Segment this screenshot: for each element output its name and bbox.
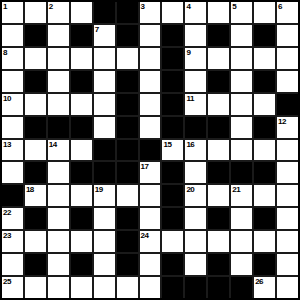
black-cell — [254, 25, 275, 46]
white-cell[interactable] — [277, 71, 298, 92]
black-cell — [162, 94, 183, 115]
black-cell — [117, 208, 138, 229]
black-cell — [254, 117, 275, 138]
black-cell — [254, 162, 275, 183]
white-cell[interactable] — [254, 94, 275, 115]
clue-number: 14 — [49, 140, 57, 149]
white-cell[interactable] — [48, 208, 69, 229]
clue-number: 26 — [255, 277, 263, 286]
white-cell[interactable]: 16 — [185, 140, 206, 161]
clue-number: 24 — [141, 231, 149, 240]
clue-number: 3 — [141, 2, 145, 11]
clue-number: 11 — [186, 94, 193, 103]
black-cell — [231, 277, 252, 298]
white-cell[interactable] — [277, 162, 298, 183]
clue-number: 20 — [186, 185, 194, 194]
white-cell[interactable] — [208, 185, 229, 206]
white-cell[interactable] — [71, 48, 92, 69]
white-cell[interactable]: 2 — [48, 2, 69, 23]
clue-number: 6 — [278, 2, 282, 11]
black-cell — [208, 162, 229, 183]
white-cell[interactable] — [2, 117, 23, 138]
white-cell[interactable] — [208, 48, 229, 69]
black-cell — [117, 25, 138, 46]
black-cell — [162, 71, 183, 92]
white-cell[interactable] — [254, 185, 275, 206]
white-cell[interactable]: 24 — [140, 231, 161, 252]
white-cell[interactable] — [254, 231, 275, 252]
black-cell — [208, 277, 229, 298]
clue-number: 2 — [49, 2, 53, 11]
white-cell[interactable] — [48, 94, 69, 115]
white-cell[interactable] — [71, 185, 92, 206]
white-cell[interactable] — [25, 94, 46, 115]
white-cell[interactable]: 25 — [2, 277, 23, 298]
black-cell — [254, 208, 275, 229]
white-cell[interactable]: 7 — [94, 25, 115, 46]
clue-number: 9 — [186, 48, 190, 57]
white-cell[interactable] — [231, 25, 252, 46]
black-cell — [94, 162, 115, 183]
black-cell — [117, 162, 138, 183]
white-cell[interactable]: 15 — [162, 140, 183, 161]
white-cell[interactable] — [25, 48, 46, 69]
white-cell[interactable] — [94, 277, 115, 298]
black-cell — [185, 117, 206, 138]
white-cell[interactable] — [208, 231, 229, 252]
white-cell[interactable] — [140, 185, 161, 206]
white-cell[interactable] — [185, 71, 206, 92]
white-cell[interactable] — [48, 71, 69, 92]
black-cell — [208, 208, 229, 229]
black-cell — [162, 48, 183, 69]
black-cell — [185, 277, 206, 298]
black-cell — [162, 277, 183, 298]
white-cell[interactable] — [231, 117, 252, 138]
black-cell — [117, 94, 138, 115]
black-cell — [117, 140, 138, 161]
white-cell[interactable]: 10 — [2, 94, 23, 115]
white-cell[interactable] — [2, 254, 23, 275]
black-cell — [231, 162, 252, 183]
white-cell[interactable] — [277, 231, 298, 252]
black-cell — [25, 117, 46, 138]
black-cell — [25, 25, 46, 46]
white-cell[interactable] — [140, 277, 161, 298]
white-cell[interactable] — [208, 140, 229, 161]
white-cell[interactable] — [231, 208, 252, 229]
white-cell[interactable]: 5 — [231, 2, 252, 23]
black-cell — [25, 254, 46, 275]
clue-number: 10 — [3, 94, 11, 103]
clue-number: 13 — [3, 140, 11, 149]
white-cell[interactable] — [208, 2, 229, 23]
white-cell[interactable] — [94, 94, 115, 115]
black-cell — [254, 254, 275, 275]
white-cell[interactable] — [254, 140, 275, 161]
white-cell[interactable] — [25, 140, 46, 161]
black-cell — [208, 254, 229, 275]
clue-number: 15 — [163, 140, 171, 149]
white-cell[interactable] — [231, 94, 252, 115]
white-cell[interactable] — [140, 71, 161, 92]
clue-number: 7 — [95, 25, 99, 34]
white-cell[interactable] — [94, 254, 115, 275]
white-cell[interactable] — [117, 277, 138, 298]
black-cell — [2, 185, 23, 206]
white-cell[interactable] — [48, 25, 69, 46]
white-cell[interactable] — [231, 254, 252, 275]
white-cell[interactable] — [277, 140, 298, 161]
white-cell[interactable]: 1 — [2, 2, 23, 23]
black-cell — [71, 71, 92, 92]
white-cell[interactable]: 3 — [140, 2, 161, 23]
clue-number: 16 — [186, 140, 194, 149]
white-cell[interactable] — [48, 277, 69, 298]
clue-number: 19 — [95, 185, 103, 194]
clue-number: 17 — [141, 162, 149, 171]
white-cell[interactable]: 26 — [254, 277, 275, 298]
white-cell[interactable]: 20 — [185, 185, 206, 206]
white-cell[interactable] — [48, 162, 69, 183]
white-cell[interactable] — [208, 94, 229, 115]
black-cell — [71, 25, 92, 46]
black-cell — [48, 117, 69, 138]
black-cell — [71, 162, 92, 183]
black-cell — [162, 162, 183, 183]
white-cell[interactable] — [2, 162, 23, 183]
black-cell — [117, 2, 138, 23]
clue-number: 8 — [3, 48, 7, 57]
white-cell[interactable]: 23 — [2, 231, 23, 252]
black-cell — [277, 94, 298, 115]
white-cell[interactable] — [277, 208, 298, 229]
white-cell[interactable] — [94, 48, 115, 69]
clue-number: 22 — [3, 208, 11, 217]
white-cell[interactable] — [25, 231, 46, 252]
clue-number: 5 — [232, 2, 236, 11]
crossword-grid: 1234567891011121314151617181920212223242… — [0, 0, 300, 300]
white-cell[interactable] — [277, 25, 298, 46]
white-cell[interactable]: 4 — [185, 2, 206, 23]
black-cell — [162, 25, 183, 46]
black-cell — [25, 162, 46, 183]
black-cell — [94, 140, 115, 161]
white-cell[interactable] — [185, 231, 206, 252]
white-cell[interactable] — [48, 185, 69, 206]
black-cell — [162, 208, 183, 229]
black-cell — [208, 117, 229, 138]
black-cell — [71, 208, 92, 229]
white-cell[interactable] — [71, 2, 92, 23]
white-cell[interactable] — [140, 25, 161, 46]
white-cell[interactable]: 11 — [185, 94, 206, 115]
black-cell — [208, 71, 229, 92]
white-cell[interactable] — [140, 208, 161, 229]
white-cell[interactable] — [254, 2, 275, 23]
white-cell[interactable] — [48, 231, 69, 252]
white-cell[interactable]: 6 — [277, 2, 298, 23]
white-cell[interactable] — [254, 48, 275, 69]
white-cell[interactable]: 9 — [185, 48, 206, 69]
white-cell[interactable] — [231, 140, 252, 161]
black-cell — [117, 71, 138, 92]
white-cell[interactable]: 22 — [2, 208, 23, 229]
white-cell[interactable] — [231, 48, 252, 69]
white-cell[interactable]: 14 — [48, 140, 69, 161]
black-cell — [25, 71, 46, 92]
black-cell — [162, 254, 183, 275]
white-cell[interactable]: 18 — [25, 185, 46, 206]
white-cell[interactable] — [48, 254, 69, 275]
black-cell — [71, 254, 92, 275]
black-cell — [162, 185, 183, 206]
white-cell[interactable] — [140, 48, 161, 69]
white-cell[interactable] — [185, 25, 206, 46]
white-cell[interactable] — [162, 231, 183, 252]
clue-number: 4 — [186, 2, 190, 11]
white-cell[interactable] — [277, 48, 298, 69]
white-cell[interactable]: 13 — [2, 140, 23, 161]
white-cell[interactable] — [94, 208, 115, 229]
black-cell — [254, 71, 275, 92]
white-cell[interactable]: 19 — [94, 185, 115, 206]
white-cell[interactable] — [71, 140, 92, 161]
clue-number: 23 — [3, 231, 11, 240]
clue-number: 1 — [3, 2, 7, 11]
white-cell[interactable] — [231, 71, 252, 92]
white-cell[interactable] — [25, 277, 46, 298]
white-cell[interactable] — [162, 2, 183, 23]
clue-number: 18 — [26, 185, 34, 194]
white-cell[interactable] — [117, 48, 138, 69]
white-cell[interactable] — [277, 254, 298, 275]
white-cell[interactable] — [2, 71, 23, 92]
white-cell[interactable] — [185, 162, 206, 183]
black-cell — [71, 117, 92, 138]
black-cell — [140, 140, 161, 161]
white-cell[interactable] — [71, 277, 92, 298]
white-cell[interactable] — [25, 2, 46, 23]
white-cell[interactable] — [2, 25, 23, 46]
clue-number: 21 — [232, 185, 240, 194]
white-cell[interactable]: 8 — [2, 48, 23, 69]
white-cell[interactable] — [231, 231, 252, 252]
white-cell[interactable] — [71, 94, 92, 115]
white-cell[interactable] — [140, 94, 161, 115]
white-cell[interactable]: 21 — [231, 185, 252, 206]
white-cell[interactable] — [71, 231, 92, 252]
black-cell — [117, 254, 138, 275]
white-cell[interactable] — [117, 185, 138, 206]
clue-number: 25 — [3, 277, 11, 286]
black-cell — [117, 231, 138, 252]
black-cell — [25, 208, 46, 229]
black-cell — [117, 117, 138, 138]
black-cell — [94, 2, 115, 23]
black-cell — [208, 25, 229, 46]
white-cell[interactable]: 12 — [277, 117, 298, 138]
white-cell[interactable] — [140, 117, 161, 138]
black-cell — [162, 117, 183, 138]
white-cell[interactable] — [140, 254, 161, 275]
white-cell[interactable] — [185, 208, 206, 229]
white-cell[interactable] — [94, 231, 115, 252]
white-cell[interactable] — [94, 71, 115, 92]
white-cell[interactable]: 17 — [140, 162, 161, 183]
white-cell[interactable] — [277, 277, 298, 298]
clue-number: 12 — [278, 117, 286, 126]
white-cell[interactable] — [277, 185, 298, 206]
white-cell[interactable] — [185, 254, 206, 275]
white-cell[interactable] — [48, 48, 69, 69]
white-cell[interactable] — [94, 117, 115, 138]
